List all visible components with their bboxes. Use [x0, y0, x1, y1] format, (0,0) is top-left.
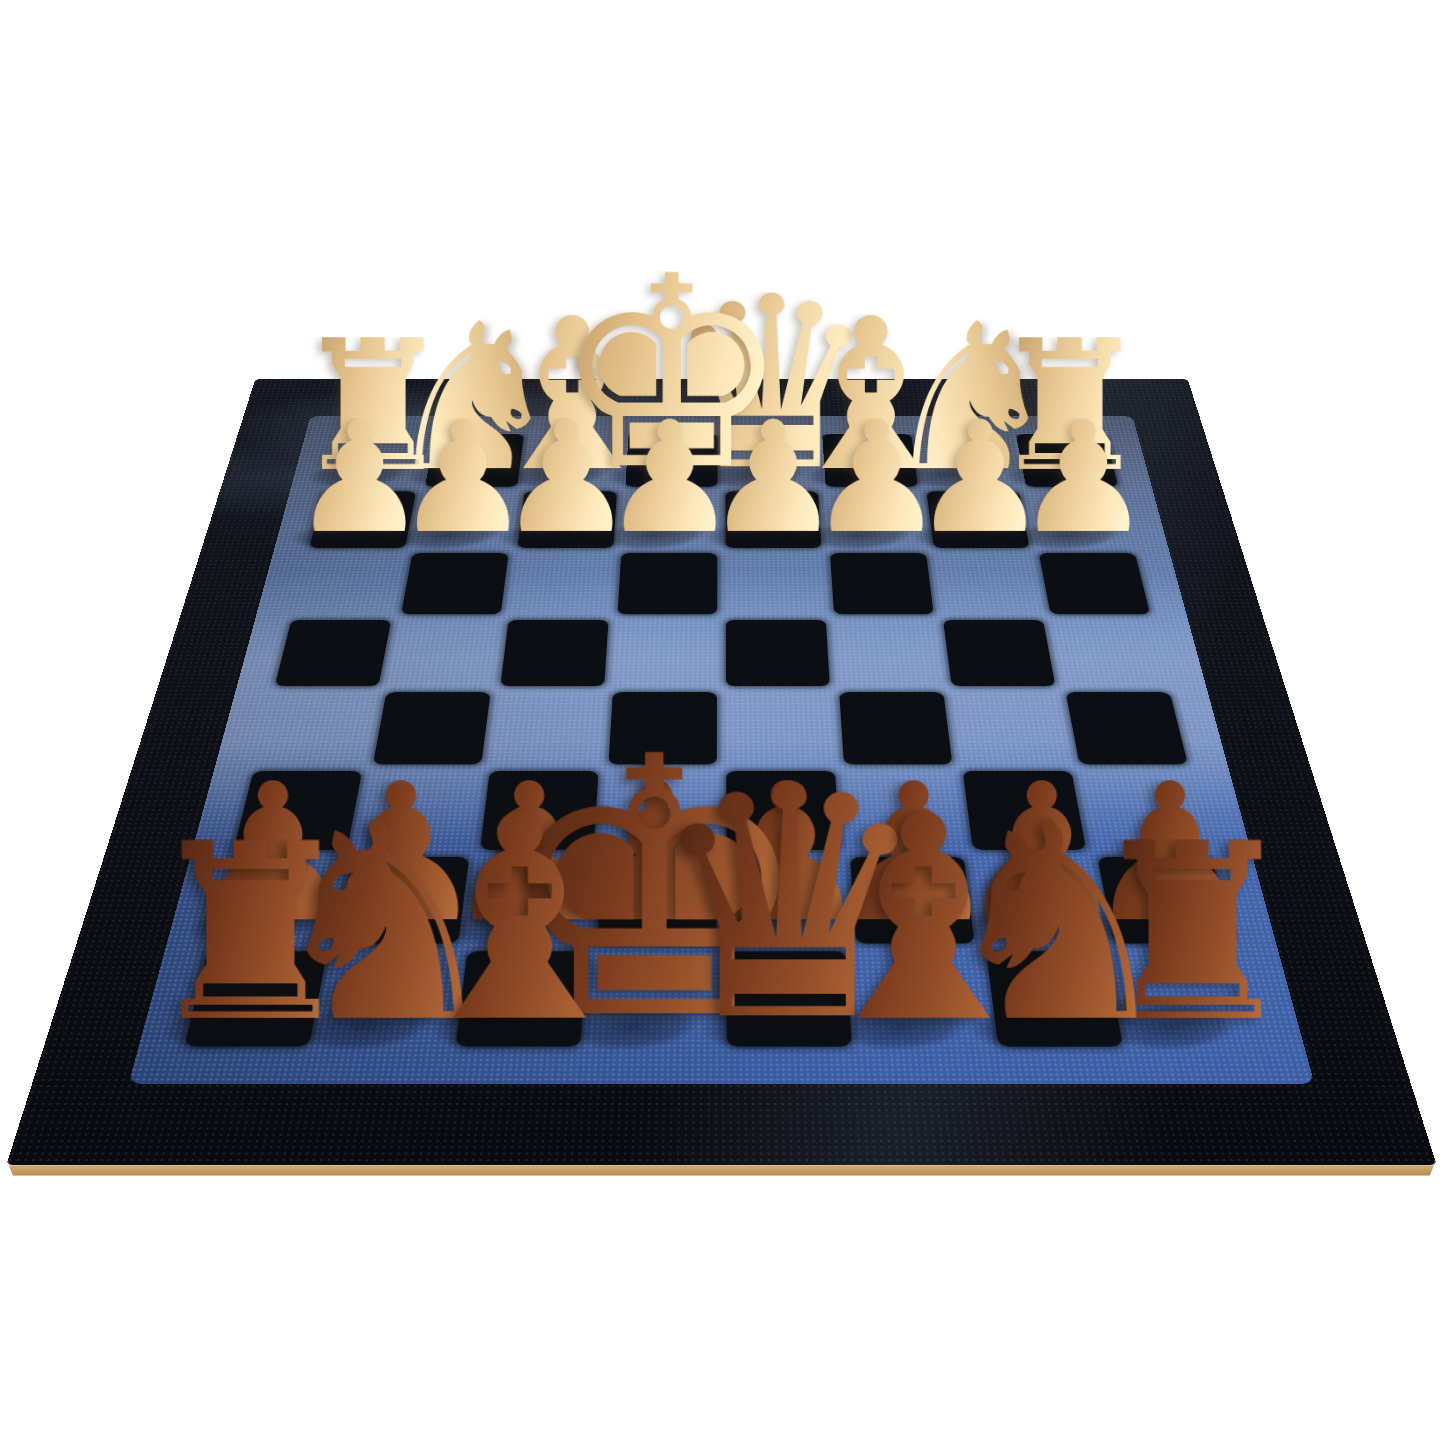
chess-mat: ♜♞♝♚♛♝♞♜♟♟♟♟♟♟♟♟♟♟♟♟♟♟♟♟♜♞♝♚♛♝♞♜: [6, 379, 1436, 1165]
piece-black-bishop[interactable]: ♝: [392, 809, 646, 1030]
board-edge: [9, 1165, 1434, 1175]
square-a4[interactable]: [1047, 617, 1174, 689]
square-f4[interactable]: [495, 617, 613, 689]
square-b3[interactable]: [930, 551, 1047, 618]
square-c4[interactable]: [830, 617, 948, 689]
square-e3[interactable]: [613, 551, 722, 618]
square-h4[interactable]: [269, 617, 396, 689]
square-a3[interactable]: [1034, 551, 1155, 618]
square-f3[interactable]: [504, 551, 617, 618]
board-grid: ♜♞♝♚♛♝♞♜♟♟♟♟♟♟♟♟♟♟♟♟♟♟♟♟♜♞♝♚♛♝♞♜: [177, 432, 1266, 1052]
square-h3[interactable]: [287, 551, 408, 618]
playing-field: ♜♞♝♚♛♝♞♜♟♟♟♟♟♟♟♟♟♟♟♟♟♟♟♟♜♞♝♚♛♝♞♜: [129, 416, 1315, 1084]
square-e4[interactable]: [608, 617, 721, 689]
piece-white-pawn[interactable]: ♟: [1015, 418, 1153, 538]
square-g4[interactable]: [382, 617, 504, 689]
chessboard-photo: ♜♞♝♚♛♝♞♜♟♟♟♟♟♟♟♟♟♟♟♟♟♟♟♟♜♞♝♚♛♝♞♜: [157, 125, 1286, 1254]
square-g3[interactable]: [396, 551, 513, 618]
piece-black-bishop[interactable]: ♝: [797, 809, 1051, 1030]
square-a2[interactable]: ♟: [1023, 489, 1139, 551]
square-b4[interactable]: [939, 617, 1061, 689]
square-d4[interactable]: [722, 617, 835, 689]
square-d3[interactable]: [722, 551, 831, 618]
square-c3[interactable]: [826, 551, 939, 618]
